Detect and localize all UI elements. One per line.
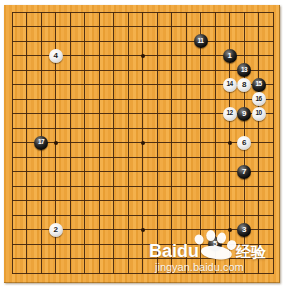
black-stone-7: 7 [237, 165, 251, 179]
go-diagram-screenshot: 1234567891011121314151617 Baidu 经验 jingy… [0, 0, 284, 286]
grid-line-vertical [99, 12, 100, 274]
grid-line-vertical [273, 12, 274, 274]
stone-move-number: 5 [213, 240, 217, 248]
grid-line-horizontal [12, 26, 274, 27]
stone-move-number: 14 [226, 81, 232, 88]
grid-line-vertical [200, 12, 201, 274]
stone-move-number: 12 [226, 110, 232, 117]
grid-line-vertical [70, 12, 71, 274]
grid-line-vertical [84, 12, 85, 274]
black-stone-5: 5 [208, 237, 222, 251]
grid-line-horizontal [12, 41, 274, 42]
grid-line-vertical [128, 12, 129, 274]
grid-line-horizontal [12, 70, 274, 71]
star-point [141, 54, 145, 58]
black-stone-15: 15 [252, 78, 266, 92]
grid-line-vertical [215, 12, 216, 274]
grid-line-horizontal [12, 215, 274, 216]
white-stone-2: 2 [49, 223, 63, 237]
grid-line-horizontal [12, 244, 274, 245]
black-stone-13: 13 [237, 63, 251, 77]
stone-move-number: 10 [255, 110, 261, 117]
white-stone-14: 14 [223, 78, 237, 92]
star-point [228, 228, 232, 232]
stone-move-number: 2 [54, 226, 58, 234]
white-stone-6: 6 [237, 136, 251, 150]
grid-line-vertical [12, 12, 13, 274]
star-point [141, 141, 145, 145]
stone-move-number: 3 [242, 226, 246, 234]
stone-move-number: 11 [198, 38, 204, 45]
grid-line-horizontal [12, 258, 274, 259]
grid-line-vertical [258, 12, 259, 274]
stone-move-number: 6 [242, 139, 246, 147]
black-stone-1: 1 [223, 49, 237, 63]
grid-line-horizontal [12, 273, 274, 274]
grid-line-horizontal [12, 157, 274, 158]
grid-line-vertical [171, 12, 172, 274]
star-point [228, 141, 232, 145]
white-stone-16: 16 [252, 92, 266, 106]
black-stone-9: 9 [237, 107, 251, 121]
stone-move-number: 13 [241, 67, 247, 74]
grid-line-horizontal [12, 12, 274, 13]
grid-line-horizontal [12, 200, 274, 201]
black-stone-17: 17 [34, 136, 48, 150]
star-point [141, 228, 145, 232]
grid-line-vertical [26, 12, 27, 274]
grid-line-vertical [157, 12, 158, 274]
stone-move-number: 17 [38, 139, 44, 146]
grid-line-horizontal [12, 171, 274, 172]
stone-move-number: 9 [242, 110, 246, 118]
stone-move-number: 8 [242, 81, 246, 89]
grid-line-vertical [186, 12, 187, 274]
stone-move-number: 4 [54, 52, 58, 60]
black-stone-3: 3 [237, 223, 251, 237]
white-stone-8: 8 [237, 78, 251, 92]
white-stone-10: 10 [252, 107, 266, 121]
star-point [54, 141, 58, 145]
grid-line-horizontal [12, 128, 274, 129]
stone-move-number: 16 [255, 96, 261, 103]
white-stone-12: 12 [223, 107, 237, 121]
grid-line-vertical [113, 12, 114, 274]
grid-line-horizontal [12, 186, 274, 187]
stone-move-number: 7 [242, 168, 246, 176]
black-stone-11: 11 [194, 34, 208, 48]
go-board: 1234567891011121314151617 [4, 5, 280, 283]
white-stone-4: 4 [49, 49, 63, 63]
grid-line-horizontal [12, 99, 274, 100]
stone-move-number: 15 [255, 81, 261, 88]
stone-move-number: 1 [228, 52, 232, 60]
